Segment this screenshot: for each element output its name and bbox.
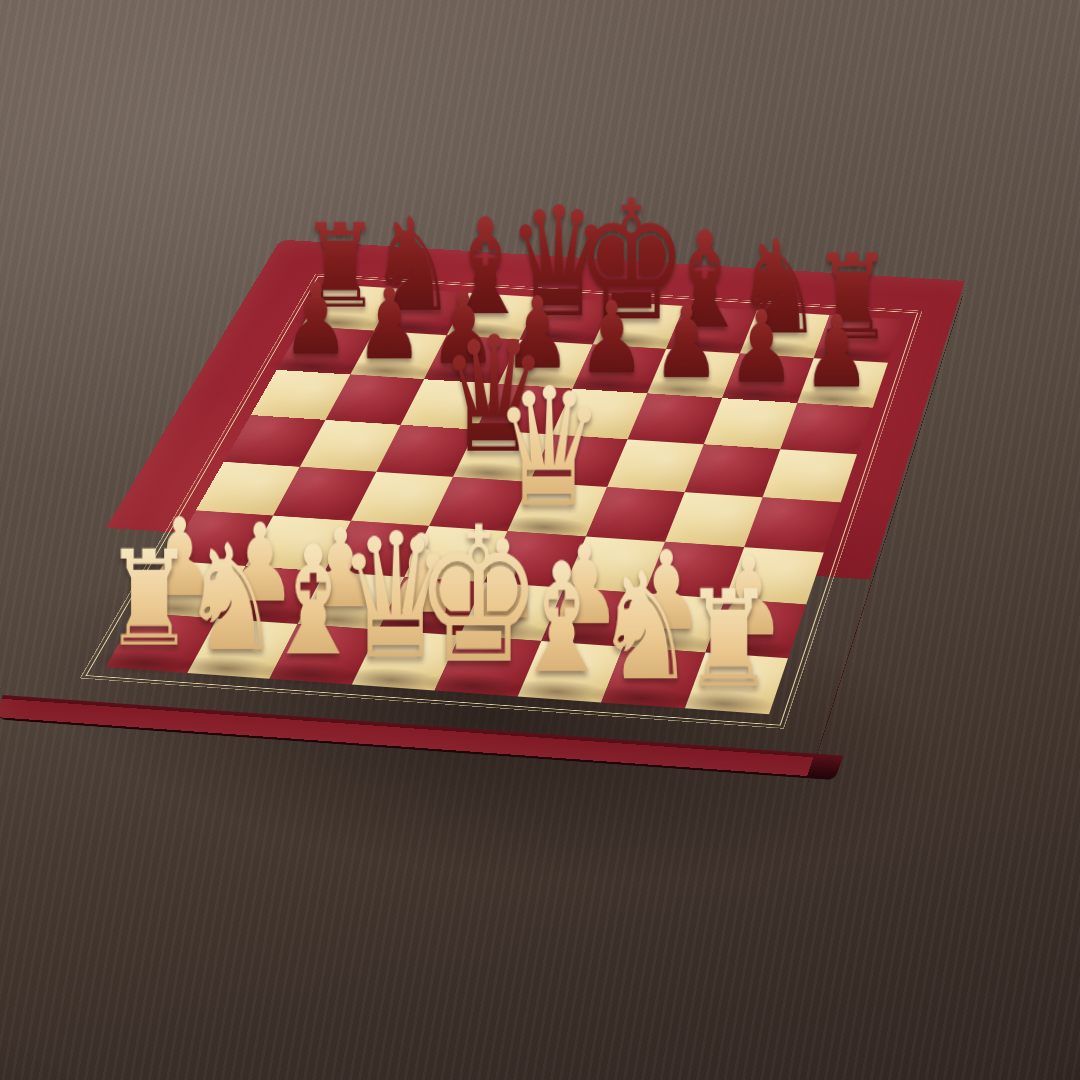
square-f7[interactable]: ♟ [647,349,740,398]
square-f5[interactable] [607,439,704,492]
chess-set-product-photo: ♜♞♝♛♚♝♞♜♟♟♟♟♟♟♟♟♛♛♟♟♟♟♟♟♟♟♜♞♝♛♚♝♞♜ [0,0,1080,1080]
pinstripe-border: ♜♞♝♛♚♝♞♜♟♟♟♟♟♟♟♟♛♛♟♟♟♟♟♟♟♟♜♞♝♛♚♝♞♜ [85,276,918,726]
board-frame: ♜♞♝♛♚♝♞♜♟♟♟♟♟♟♟♟♛♛♟♟♟♟♟♟♟♟♜♞♝♛♚♝♞♜ [0,240,988,778]
square-a5[interactable] [224,415,326,467]
square-a6[interactable] [251,370,351,420]
red-pawn-h7[interactable]: ♟ [802,302,870,402]
square-h5[interactable] [763,449,857,502]
white-knight-g1[interactable]: ♞ [594,553,695,702]
square-b5[interactable] [300,420,401,472]
board-grid: ♜♞♝♛♚♝♞♜♟♟♟♟♟♟♟♟♛♛♟♟♟♟♟♟♟♟♜♞♝♛♚♝♞♜ [106,284,903,714]
red-pawn-b7[interactable]: ♟ [355,275,422,374]
red-pawn-a7[interactable]: ♟ [282,270,349,369]
white-rook-a1[interactable]: ♜ [104,533,194,666]
red-pawn-f7[interactable]: ♟ [652,293,720,393]
square-h1[interactable]: ♜ [685,653,788,715]
chess-board: ♜♞♝♛♚♝♞♜♟♟♟♟♟♟♟♟♛♛♟♟♟♟♟♟♟♟♜♞♝♛♚♝♞♜ [0,240,988,778]
white-rook-h1[interactable]: ♜ [683,573,774,708]
square-h7[interactable]: ♟ [797,358,888,408]
square-g6[interactable] [704,398,798,449]
red-pawn-g7[interactable]: ♟ [727,298,795,398]
